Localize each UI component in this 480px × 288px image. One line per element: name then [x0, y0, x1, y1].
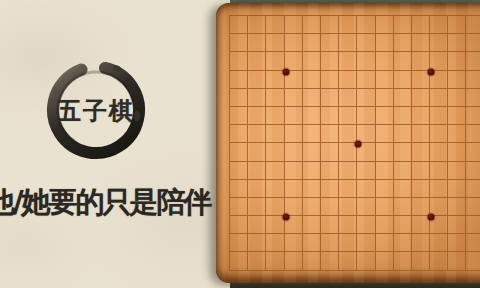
- board-cell[interactable]: [248, 107, 266, 125]
- board-cell[interactable]: [303, 107, 321, 125]
- board-cell[interactable]: [248, 71, 266, 89]
- board-cell[interactable]: [230, 125, 248, 143]
- board-cell[interactable]: [357, 198, 375, 216]
- star-point: [428, 214, 435, 221]
- board-cell[interactable]: [321, 198, 339, 216]
- board-cell[interactable]: [466, 198, 480, 216]
- board-cell[interactable]: [285, 89, 303, 107]
- board-cell[interactable]: [266, 107, 284, 125]
- board-cell[interactable]: [466, 107, 480, 125]
- board-cell[interactable]: [230, 71, 248, 89]
- board-cell[interactable]: [376, 52, 394, 70]
- board-cell[interactable]: [266, 234, 284, 252]
- board-cell[interactable]: [376, 34, 394, 52]
- board-cell[interactable]: [448, 107, 466, 125]
- board-cell[interactable]: [357, 216, 375, 234]
- board-cell[interactable]: [376, 71, 394, 89]
- board-cell[interactable]: [376, 216, 394, 234]
- board-cell[interactable]: [230, 162, 248, 180]
- board-cell[interactable]: [230, 198, 248, 216]
- board-cell[interactable]: [394, 162, 412, 180]
- board-cell[interactable]: [321, 162, 339, 180]
- board-cell[interactable]: [394, 16, 412, 34]
- board-cell[interactable]: [466, 234, 480, 252]
- board-cell[interactable]: [394, 216, 412, 234]
- board-cell[interactable]: [339, 198, 357, 216]
- board-cell[interactable]: [303, 52, 321, 70]
- board-cell[interactable]: [357, 234, 375, 252]
- board-cell[interactable]: [376, 16, 394, 34]
- board-cell[interactable]: [448, 52, 466, 70]
- board-cell[interactable]: [248, 34, 266, 52]
- board-cell[interactable]: [394, 107, 412, 125]
- board-cell[interactable]: [230, 216, 248, 234]
- board-cell[interactable]: [466, 143, 480, 161]
- board-cell[interactable]: [285, 180, 303, 198]
- board-cell[interactable]: [430, 252, 448, 270]
- board-cell[interactable]: [230, 52, 248, 70]
- board-cell[interactable]: [357, 252, 375, 270]
- game-logo: 五子棋: [44, 58, 148, 162]
- board-cell[interactable]: [339, 107, 357, 125]
- board-cell[interactable]: [248, 16, 266, 34]
- board-cell[interactable]: [376, 162, 394, 180]
- board-cell[interactable]: [412, 234, 430, 252]
- board-cell[interactable]: [248, 125, 266, 143]
- board-cell[interactable]: [394, 234, 412, 252]
- board-cell[interactable]: [285, 16, 303, 34]
- board-cell[interactable]: [285, 34, 303, 52]
- board-cell[interactable]: [266, 198, 284, 216]
- board-cell[interactable]: [448, 234, 466, 252]
- board-cell[interactable]: [339, 89, 357, 107]
- board-cell[interactable]: [448, 125, 466, 143]
- board-cell[interactable]: [357, 16, 375, 34]
- board-cell[interactable]: [357, 34, 375, 52]
- gomoku-app-screen: { "game": "gomoku (five-in-a-row)", "boa…: [0, 0, 480, 288]
- board-cell[interactable]: [376, 143, 394, 161]
- board-cell[interactable]: [357, 52, 375, 70]
- board-cell[interactable]: [466, 34, 480, 52]
- board-cell[interactable]: [230, 180, 248, 198]
- board-cell[interactable]: [430, 234, 448, 252]
- board-cell[interactable]: [303, 125, 321, 143]
- board-cell[interactable]: [466, 180, 480, 198]
- board-cell[interactable]: [448, 89, 466, 107]
- board-cell[interactable]: [230, 234, 248, 252]
- board-cell[interactable]: [394, 52, 412, 70]
- board-cell[interactable]: [339, 252, 357, 270]
- board-cell[interactable]: [412, 89, 430, 107]
- board-cell[interactable]: [303, 180, 321, 198]
- board-cell[interactable]: [357, 162, 375, 180]
- board-cell[interactable]: [230, 89, 248, 107]
- star-point: [355, 141, 362, 148]
- board-cell[interactable]: [321, 89, 339, 107]
- star-point: [428, 68, 435, 75]
- board-cell[interactable]: [248, 180, 266, 198]
- board-cell[interactable]: [376, 107, 394, 125]
- board-cell[interactable]: [376, 125, 394, 143]
- board-cell[interactable]: [466, 216, 480, 234]
- board-cell[interactable]: [376, 234, 394, 252]
- board-cell[interactable]: [357, 71, 375, 89]
- board-cell[interactable]: [230, 143, 248, 161]
- board-cell[interactable]: [266, 252, 284, 270]
- board-cell[interactable]: [412, 34, 430, 52]
- board-cell[interactable]: [357, 107, 375, 125]
- board-cell[interactable]: [248, 252, 266, 270]
- board-cell[interactable]: [376, 252, 394, 270]
- board-cell[interactable]: [412, 180, 430, 198]
- board-cell[interactable]: [248, 52, 266, 70]
- board-cell[interactable]: [339, 71, 357, 89]
- board-cell[interactable]: [448, 198, 466, 216]
- board-cell[interactable]: [394, 34, 412, 52]
- board-cell[interactable]: [248, 234, 266, 252]
- board-cell[interactable]: [394, 89, 412, 107]
- logo-text: 五子棋: [44, 58, 148, 162]
- board-cell[interactable]: [285, 252, 303, 270]
- board-cell[interactable]: [430, 125, 448, 143]
- board-cell[interactable]: [266, 52, 284, 70]
- star-point: [282, 214, 289, 221]
- board-cell[interactable]: [321, 71, 339, 89]
- board-cell[interactable]: [285, 107, 303, 125]
- board-cell[interactable]: [430, 34, 448, 52]
- board-cell[interactable]: [357, 89, 375, 107]
- board-cell[interactable]: [321, 180, 339, 198]
- board-cell[interactable]: [448, 216, 466, 234]
- board-cell[interactable]: [412, 198, 430, 216]
- board-cell[interactable]: [266, 16, 284, 34]
- board-cell[interactable]: [321, 216, 339, 234]
- board-cell[interactable]: [303, 34, 321, 52]
- board-cell[interactable]: [339, 125, 357, 143]
- board-cell[interactable]: [376, 180, 394, 198]
- board-cell[interactable]: [448, 252, 466, 270]
- board-cell[interactable]: [339, 34, 357, 52]
- board-cell[interactable]: [466, 52, 480, 70]
- board-cell[interactable]: [412, 52, 430, 70]
- board-cell[interactable]: [321, 252, 339, 270]
- board-cell[interactable]: [466, 89, 480, 107]
- board-cell[interactable]: [303, 89, 321, 107]
- board-cell[interactable]: [412, 107, 430, 125]
- board-cell[interactable]: [321, 143, 339, 161]
- board-cell[interactable]: [321, 125, 339, 143]
- board-cell[interactable]: [430, 143, 448, 161]
- board-cell[interactable]: [412, 162, 430, 180]
- board-cell[interactable]: [285, 162, 303, 180]
- board-cell[interactable]: [394, 252, 412, 270]
- board-cell[interactable]: [394, 198, 412, 216]
- board-cell[interactable]: [339, 162, 357, 180]
- board-cell[interactable]: [248, 216, 266, 234]
- board-cell[interactable]: [321, 234, 339, 252]
- gomoku-board[interactable]: [216, 3, 480, 283]
- board-cell[interactable]: [230, 252, 248, 270]
- star-point: [282, 68, 289, 75]
- board-cell[interactable]: [430, 16, 448, 34]
- board-cell[interactable]: [430, 89, 448, 107]
- board-cell[interactable]: [266, 125, 284, 143]
- board-cell[interactable]: [248, 89, 266, 107]
- board-cell[interactable]: [394, 180, 412, 198]
- board-cell[interactable]: [466, 252, 480, 270]
- board-cell[interactable]: [321, 52, 339, 70]
- board-grid[interactable]: [229, 15, 480, 271]
- board-cell[interactable]: [412, 143, 430, 161]
- board-cell[interactable]: [394, 125, 412, 143]
- tagline-text: 他/她要的只是陪伴: [0, 183, 211, 223]
- board-cell[interactable]: [230, 16, 248, 34]
- board-cell[interactable]: [357, 180, 375, 198]
- board-cell[interactable]: [303, 234, 321, 252]
- board-cell[interactable]: [303, 71, 321, 89]
- board-cell[interactable]: [412, 16, 430, 34]
- board-cell[interactable]: [339, 52, 357, 70]
- board-cell[interactable]: [430, 162, 448, 180]
- board-cell[interactable]: [412, 125, 430, 143]
- board-cell[interactable]: [339, 16, 357, 34]
- board-cell[interactable]: [466, 71, 480, 89]
- board-cell[interactable]: [266, 162, 284, 180]
- board-cell[interactable]: [448, 71, 466, 89]
- left-panel: 五子棋 他/她要的只是陪伴: [0, 0, 230, 288]
- board-cell[interactable]: [321, 107, 339, 125]
- board-cell[interactable]: [303, 143, 321, 161]
- board-cell[interactable]: [394, 143, 412, 161]
- board-cell[interactable]: [303, 216, 321, 234]
- board-cell[interactable]: [339, 216, 357, 234]
- board-cell[interactable]: [285, 143, 303, 161]
- board-cell[interactable]: [448, 16, 466, 34]
- board-cell[interactable]: [448, 180, 466, 198]
- board-cell[interactable]: [266, 34, 284, 52]
- board-cell[interactable]: [448, 143, 466, 161]
- board-cell[interactable]: [430, 107, 448, 125]
- board-cell[interactable]: [430, 180, 448, 198]
- board-cell[interactable]: [248, 198, 266, 216]
- board-cell[interactable]: [248, 143, 266, 161]
- board-cell[interactable]: [376, 198, 394, 216]
- board-cell[interactable]: [285, 125, 303, 143]
- board-cell[interactable]: [466, 16, 480, 34]
- board-cell[interactable]: [321, 34, 339, 52]
- board-cell[interactable]: [339, 234, 357, 252]
- board-cell[interactable]: [448, 34, 466, 52]
- board-cell[interactable]: [394, 71, 412, 89]
- board-cell[interactable]: [466, 125, 480, 143]
- board-cell[interactable]: [230, 34, 248, 52]
- board-cell[interactable]: [266, 89, 284, 107]
- board-cell[interactable]: [376, 89, 394, 107]
- board-cell[interactable]: [339, 180, 357, 198]
- board-cell[interactable]: [448, 162, 466, 180]
- board-cell[interactable]: [321, 16, 339, 34]
- board-cell[interactable]: [303, 198, 321, 216]
- board-cell[interactable]: [230, 107, 248, 125]
- board-cell[interactable]: [266, 143, 284, 161]
- board-cell[interactable]: [303, 162, 321, 180]
- board-cell[interactable]: [266, 180, 284, 198]
- board-cell[interactable]: [466, 162, 480, 180]
- board-cell[interactable]: [285, 234, 303, 252]
- board-cell[interactable]: [412, 252, 430, 270]
- board-cell[interactable]: [248, 162, 266, 180]
- board-cell[interactable]: [303, 252, 321, 270]
- board-cell[interactable]: [303, 16, 321, 34]
